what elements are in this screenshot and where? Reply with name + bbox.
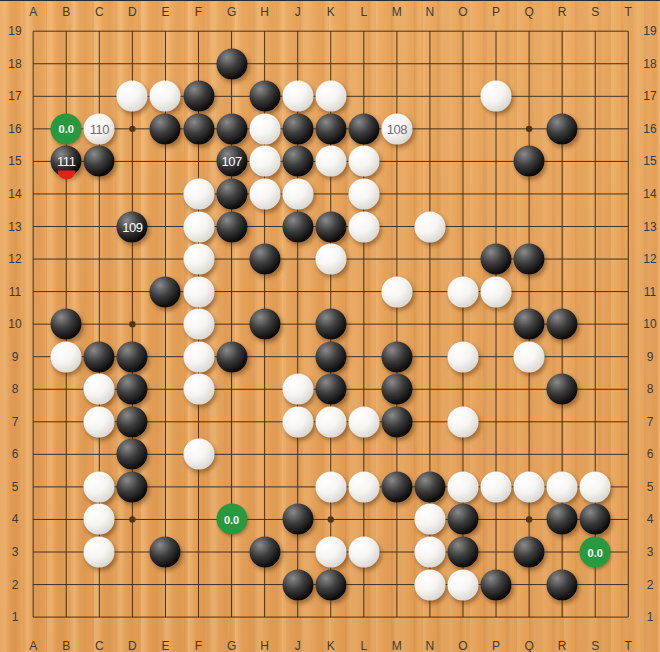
white-stone-L15[interactable] (348, 146, 379, 177)
coord-label-right: 13 (643, 220, 656, 234)
white-stone-K5[interactable] (315, 471, 346, 502)
coord-label-left: 15 (8, 154, 21, 168)
white-stone-F12[interactable] (183, 244, 214, 275)
black-stone-G16[interactable] (216, 113, 247, 144)
coord-label-left: 11 (9, 285, 21, 299)
coord-label-top: C (95, 5, 104, 19)
white-stone-N4[interactable] (414, 504, 445, 535)
white-stone-O9[interactable] (447, 341, 478, 372)
go-board[interactable]: AABBCCDDEEFFGGHHJJKKLLMMNNOOPPQQRRSSTT19… (0, 0, 660, 652)
coord-label-top: R (558, 5, 567, 19)
black-stone-D7[interactable] (117, 406, 148, 437)
black-stone-B15[interactable]: 111 (51, 146, 82, 177)
black-stone-J15[interactable] (282, 146, 313, 177)
black-stone-Q10[interactable] (514, 309, 545, 340)
white-stone-B9[interactable] (51, 341, 82, 372)
white-stone-D17[interactable] (117, 81, 148, 112)
white-stone-O2[interactable] (447, 569, 478, 600)
coord-label-right: 17 (643, 89, 656, 103)
coord-label-left: 7 (12, 415, 19, 429)
black-stone-F17[interactable] (183, 81, 214, 112)
black-stone-R4[interactable] (547, 504, 578, 535)
coord-label-left: 6 (12, 447, 19, 461)
white-stone-L14[interactable] (348, 178, 379, 209)
coord-label-bottom: L (360, 639, 367, 652)
white-stone-M11[interactable] (381, 276, 412, 307)
black-stone-K9[interactable] (315, 341, 346, 372)
coord-label-bottom: A (29, 639, 37, 652)
white-stone-C5[interactable] (84, 471, 115, 502)
white-stone-F13[interactable] (183, 211, 214, 242)
black-stone-L16[interactable] (348, 113, 379, 144)
move-number: 111 (57, 155, 75, 168)
coord-label-top: J (295, 5, 301, 19)
coord-label-bottom: B (62, 639, 70, 652)
white-stone-O5[interactable] (447, 471, 478, 502)
score-marker-G4[interactable]: 0.0 (216, 504, 247, 535)
coord-label-top: T (625, 5, 632, 19)
coord-label-right: 10 (643, 317, 656, 331)
move-number: 108 (387, 122, 407, 135)
coord-label-top: E (161, 5, 169, 19)
coord-label-top: N (426, 5, 435, 19)
white-stone-P17[interactable] (481, 81, 512, 112)
coord-label-right: 16 (643, 122, 656, 136)
star-point (129, 321, 135, 327)
coord-label-right: 4 (647, 512, 654, 526)
black-stone-H3[interactable] (249, 537, 280, 568)
black-stone-J13[interactable] (282, 211, 313, 242)
black-stone-H12[interactable] (249, 244, 280, 275)
black-stone-M9[interactable] (381, 341, 412, 372)
black-stone-D6[interactable] (117, 439, 148, 470)
white-stone-K3[interactable] (315, 537, 346, 568)
black-stone-S4[interactable] (580, 504, 611, 535)
move-number: 109 (122, 220, 142, 233)
coord-label-left: 8 (12, 382, 19, 396)
black-stone-D9[interactable] (117, 341, 148, 372)
black-stone-K10[interactable] (315, 309, 346, 340)
black-stone-R16[interactable] (547, 113, 578, 144)
move-number: 107 (221, 155, 241, 168)
white-stone-M16[interactable]: 108 (381, 113, 412, 144)
white-stone-C8[interactable] (84, 374, 115, 405)
black-stone-G9[interactable] (216, 341, 247, 372)
coord-label-bottom: O (458, 639, 467, 652)
black-stone-E3[interactable] (150, 537, 181, 568)
white-stone-L3[interactable] (348, 537, 379, 568)
black-stone-R8[interactable] (547, 374, 578, 405)
coord-label-right: 12 (643, 252, 656, 266)
white-stone-Q5[interactable] (514, 471, 545, 502)
white-stone-H16[interactable] (249, 113, 280, 144)
coord-label-left: 4 (12, 512, 19, 526)
white-stone-F8[interactable] (183, 374, 214, 405)
coord-label-left: 5 (12, 480, 19, 494)
coord-label-left: 10 (8, 317, 21, 331)
coord-label-top: Q (524, 5, 533, 19)
black-stone-J16[interactable] (282, 113, 313, 144)
coord-label-left: 14 (8, 187, 21, 201)
coord-label-left: 18 (8, 57, 21, 71)
white-stone-J17[interactable] (282, 81, 313, 112)
coord-label-bottom: F (195, 639, 202, 652)
coord-label-top: D (128, 5, 137, 19)
white-stone-F10[interactable] (183, 309, 214, 340)
coord-label-top: L (360, 5, 367, 19)
white-stone-L7[interactable] (348, 406, 379, 437)
black-stone-N5[interactable] (414, 471, 445, 502)
coord-label-top: G (227, 5, 236, 19)
coord-label-top: O (458, 5, 467, 19)
coord-label-right: 15 (643, 154, 656, 168)
white-stone-J7[interactable] (282, 406, 313, 437)
coord-label-right: 18 (643, 57, 656, 71)
black-stone-O3[interactable] (447, 537, 478, 568)
black-stone-P2[interactable] (481, 569, 512, 600)
white-stone-O7[interactable] (447, 406, 478, 437)
black-stone-M8[interactable] (381, 374, 412, 405)
coord-label-left: 2 (12, 578, 19, 592)
white-stone-P5[interactable] (481, 471, 512, 502)
white-stone-J14[interactable] (282, 178, 313, 209)
black-stone-K13[interactable] (315, 211, 346, 242)
coord-label-left: 16 (8, 122, 21, 136)
black-stone-F16[interactable] (183, 113, 214, 144)
coord-label-bottom: G (227, 639, 236, 652)
coord-label-left: 17 (8, 89, 21, 103)
black-stone-M5[interactable] (381, 471, 412, 502)
coord-label-top: B (62, 5, 70, 19)
coord-label-right: 14 (643, 187, 656, 201)
star-point (129, 126, 135, 132)
white-stone-N3[interactable] (414, 537, 445, 568)
black-stone-Q15[interactable] (514, 146, 545, 177)
white-stone-O11[interactable] (447, 276, 478, 307)
black-stone-D8[interactable] (117, 374, 148, 405)
white-stone-S5[interactable] (580, 471, 611, 502)
coord-label-right: 5 (647, 480, 654, 494)
white-stone-L13[interactable] (348, 211, 379, 242)
white-stone-C4[interactable] (84, 504, 115, 535)
coord-label-bottom: S (591, 639, 599, 652)
star-point (129, 516, 135, 522)
white-stone-C16[interactable]: 110 (84, 113, 115, 144)
star-point (526, 516, 532, 522)
black-stone-R2[interactable] (547, 569, 578, 600)
white-stone-K15[interactable] (315, 146, 346, 177)
white-stone-P11[interactable] (481, 276, 512, 307)
black-stone-G18[interactable] (216, 48, 247, 79)
star-point (526, 126, 532, 132)
black-stone-E11[interactable] (150, 276, 181, 307)
coord-label-bottom: R (558, 639, 567, 652)
score-marker-S3[interactable]: 0.0 (580, 537, 611, 568)
coord-label-bottom: M (392, 639, 402, 652)
coord-label-right: 6 (647, 447, 654, 461)
black-stone-J4[interactable] (282, 504, 313, 535)
coord-label-top: P (492, 5, 500, 19)
coord-label-left: 3 (12, 545, 19, 559)
coord-label-bottom: P (492, 639, 500, 652)
coord-label-left: 13 (8, 220, 21, 234)
white-stone-N13[interactable] (414, 211, 445, 242)
black-stone-H17[interactable] (249, 81, 280, 112)
black-stone-O4[interactable] (447, 504, 478, 535)
coord-label-left: 19 (8, 24, 21, 38)
score-marker-B16[interactable]: 0.0 (51, 113, 82, 144)
coord-label-right: 1 (647, 610, 654, 624)
black-stone-P12[interactable] (481, 244, 512, 275)
coord-label-top: K (327, 5, 335, 19)
black-stone-C15[interactable] (84, 146, 115, 177)
coord-label-bottom: K (327, 639, 335, 652)
black-stone-G15[interactable]: 107 (216, 146, 247, 177)
coord-label-right: 8 (647, 382, 654, 396)
coord-label-left: 12 (8, 252, 21, 266)
black-stone-K16[interactable] (315, 113, 346, 144)
coord-label-bottom: D (128, 639, 137, 652)
white-stone-H15[interactable] (249, 146, 280, 177)
coord-label-top: H (260, 5, 269, 19)
black-stone-H10[interactable] (249, 309, 280, 340)
black-stone-D5[interactable] (117, 471, 148, 502)
black-stone-K8[interactable] (315, 374, 346, 405)
coord-label-left: 1 (12, 610, 19, 624)
coord-label-right: 7 (647, 415, 654, 429)
white-stone-E17[interactable] (150, 81, 181, 112)
star-point (328, 516, 334, 522)
black-stone-Q12[interactable] (514, 244, 545, 275)
coord-label-right: 3 (647, 545, 654, 559)
black-stone-Q3[interactable] (514, 537, 545, 568)
black-stone-D13[interactable]: 109 (117, 211, 148, 242)
coord-label-right: 2 (647, 578, 654, 592)
coord-label-bottom: H (260, 639, 269, 652)
white-stone-F14[interactable] (183, 178, 214, 209)
white-stone-R5[interactable] (547, 471, 578, 502)
coord-label-bottom: T (625, 639, 632, 652)
black-stone-E16[interactable] (150, 113, 181, 144)
white-stone-H14[interactable] (249, 178, 280, 209)
black-stone-B10[interactable] (51, 309, 82, 340)
black-stone-G13[interactable] (216, 211, 247, 242)
black-stone-M7[interactable] (381, 406, 412, 437)
coord-label-right: 19 (643, 24, 656, 38)
white-stone-F6[interactable] (183, 439, 214, 470)
white-stone-K17[interactable] (315, 81, 346, 112)
coord-label-top: M (392, 5, 402, 19)
white-stone-N2[interactable] (414, 569, 445, 600)
white-stone-F9[interactable] (183, 341, 214, 372)
white-stone-C3[interactable] (84, 537, 115, 568)
white-stone-Q9[interactable] (514, 341, 545, 372)
white-stone-C7[interactable] (84, 406, 115, 437)
move-number: 110 (90, 122, 109, 135)
coord-label-bottom: E (161, 639, 169, 652)
white-stone-L5[interactable] (348, 471, 379, 502)
coord-label-left: 9 (12, 350, 19, 364)
black-stone-G14[interactable] (216, 178, 247, 209)
coord-label-top: F (195, 5, 202, 19)
white-stone-J8[interactable] (282, 374, 313, 405)
coord-label-right: 9 (647, 350, 654, 364)
coord-label-bottom: N (426, 639, 435, 652)
white-stone-K12[interactable] (315, 244, 346, 275)
coord-label-top: S (591, 5, 599, 19)
coord-label-bottom: Q (524, 639, 533, 652)
coord-label-bottom: J (295, 639, 301, 652)
black-stone-K2[interactable] (315, 569, 346, 600)
coord-label-right: 11 (644, 285, 656, 299)
black-stone-J2[interactable] (282, 569, 313, 600)
white-stone-F11[interactable] (183, 276, 214, 307)
coord-label-bottom: C (95, 639, 104, 652)
coord-label-top: A (29, 5, 37, 19)
white-stone-K7[interactable] (315, 406, 346, 437)
black-stone-R10[interactable] (547, 309, 578, 340)
black-stone-C9[interactable] (84, 341, 115, 372)
